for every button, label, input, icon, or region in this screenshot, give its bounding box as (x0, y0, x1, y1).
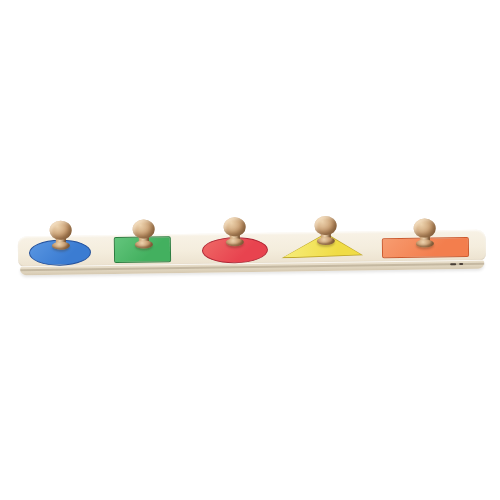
wooden-knob-yellow-triangle (312, 216, 338, 246)
edge-mark-left-dash (450, 263, 456, 265)
knob-base (317, 237, 335, 245)
knob-ball (414, 218, 436, 237)
knob-ball (50, 221, 72, 240)
knob-ball (133, 219, 155, 238)
knob-base (416, 239, 434, 247)
wooden-knob-green-square (131, 219, 157, 249)
edge-mark-right-dash (459, 263, 463, 265)
wooden-knob-red-oval (222, 217, 248, 247)
knob-ball (314, 216, 336, 235)
knob-ball (224, 217, 246, 236)
wooden-puzzle-board (18, 230, 486, 276)
wooden-knob-blue-circle (48, 220, 74, 250)
knob-base (135, 240, 153, 248)
knob-base (52, 242, 70, 250)
wooden-knob-orange-rectangle (412, 218, 438, 248)
product-photo (0, 0, 500, 500)
knob-base (226, 238, 244, 246)
